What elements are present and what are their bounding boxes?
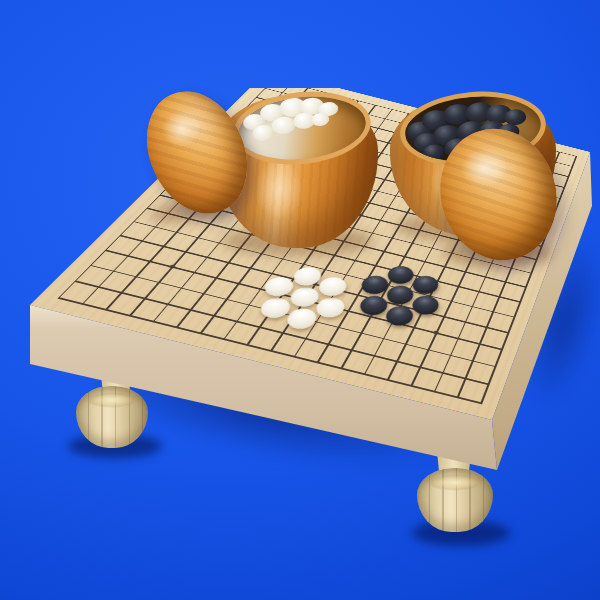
board-leg-left-foot [76,386,148,448]
board-leg-right-foot [417,468,493,532]
go-set-product-photo [0,0,600,600]
black-stone-in-bowl [422,144,445,162]
white-stone-in-bowl [311,112,330,127]
